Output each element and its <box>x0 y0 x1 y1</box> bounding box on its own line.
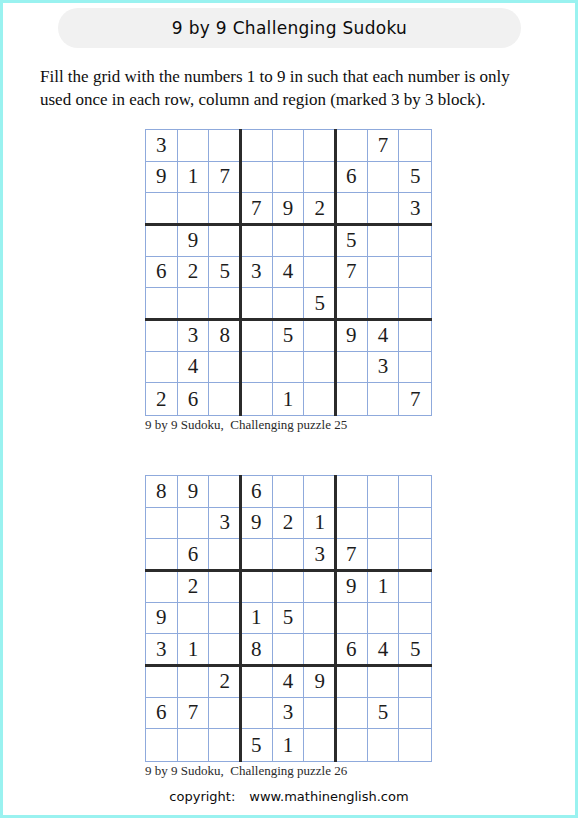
puzzle-26-cell-r1c4-given: 6 <box>241 476 273 508</box>
puzzle-26-cell-r8c5-given: 3 <box>273 698 305 730</box>
puzzle-26-cell-r9c8-empty[interactable] <box>368 729 400 761</box>
puzzle-26-cell-r6c9-given: 5 <box>399 634 431 666</box>
puzzle-25-cell-r6c3-empty[interactable] <box>209 288 241 320</box>
puzzle-26-cell-r9c6-empty[interactable] <box>304 729 336 761</box>
puzzle-26-cell-r7c2-empty[interactable] <box>178 666 210 698</box>
block-divider-horizontal-2 <box>145 318 432 321</box>
puzzle-25-cell-r4c8-empty[interactable] <box>368 225 400 257</box>
puzzle-25-cell-r6c7-empty[interactable] <box>336 288 368 320</box>
puzzle-25-cell-r4c7-given: 5 <box>336 225 368 257</box>
puzzle-25-cell-r1c1-given: 3 <box>146 130 178 162</box>
puzzle-26-cell-r5c3-empty[interactable] <box>209 603 241 635</box>
puzzle-26-cell-r5c2-empty[interactable] <box>178 603 210 635</box>
puzzle-25-cell-r9c4-empty[interactable] <box>241 383 273 415</box>
puzzle-25-cell-r4c2-given: 9 <box>178 225 210 257</box>
puzzle-26-cell-r7c7-empty[interactable] <box>336 666 368 698</box>
puzzle-25-cell-r7c1-empty[interactable] <box>146 320 178 352</box>
puzzle-25-cell-r6c9-empty[interactable] <box>399 288 431 320</box>
puzzle-25-cell-r5c5-given: 4 <box>273 257 305 289</box>
puzzle-26-cell-r7c9-empty[interactable] <box>399 666 431 698</box>
puzzle-26-cell-r5c8-empty[interactable] <box>368 603 400 635</box>
puzzle-26-cell-r9c2-empty[interactable] <box>178 729 210 761</box>
puzzle-25-cell-r8c4-empty[interactable] <box>241 352 273 384</box>
puzzle-25-cell-r1c8-given: 7 <box>368 130 400 162</box>
puzzle-26-cell-r1c3-empty[interactable] <box>209 476 241 508</box>
puzzle-26-cell-r1c5-empty[interactable] <box>273 476 305 508</box>
puzzle-25-cell-r1c3-empty[interactable] <box>209 130 241 162</box>
puzzle-26-cell-r6c7-given: 6 <box>336 634 368 666</box>
puzzle-25-cell-r2c7-given: 6 <box>336 162 368 194</box>
puzzle-25-cell-r7c4-empty[interactable] <box>241 320 273 352</box>
puzzle-26-cell-r5c4-given: 1 <box>241 603 273 635</box>
puzzle-25-cell-r3c9-given: 3 <box>399 193 431 225</box>
puzzle-26-cell-r1c7-empty[interactable] <box>336 476 368 508</box>
puzzle-26-cell-r4c3-empty[interactable] <box>209 571 241 603</box>
instructions-line-2: used once in each row, column and region… <box>40 88 548 111</box>
puzzle-25-cell-r3c6-given: 2 <box>304 193 336 225</box>
puzzle-26-cell-r1c9-empty[interactable] <box>399 476 431 508</box>
puzzle-25-cell-r5c7-given: 7 <box>336 257 368 289</box>
puzzle-26-cell-r9c9-empty[interactable] <box>399 729 431 761</box>
puzzle-26-cell-r4c9-empty[interactable] <box>399 571 431 603</box>
block-divider-vertical-2 <box>334 475 337 762</box>
sudoku-grid-puzzle-26: 8963921637291915318645249673551 <box>145 475 432 762</box>
puzzle-25-cell-r2c8-empty[interactable] <box>368 162 400 194</box>
puzzle-26-cell-r7c3-given: 2 <box>209 666 241 698</box>
puzzle-25-cell-r8c6-empty[interactable] <box>304 352 336 384</box>
puzzle-25-cell-r2c1-given: 9 <box>146 162 178 194</box>
puzzle-26-cell-r6c1-given: 3 <box>146 634 178 666</box>
puzzle-25-cell-r8c9-empty[interactable] <box>399 352 431 384</box>
puzzle-25-cell-r2c4-empty[interactable] <box>241 162 273 194</box>
puzzle-25-cell-r5c9-empty[interactable] <box>399 257 431 289</box>
puzzle-25-cell-r3c5-given: 9 <box>273 193 305 225</box>
puzzle-26-cell-r5c7-empty[interactable] <box>336 603 368 635</box>
puzzle-26-cell-r3c2-given: 6 <box>178 539 210 571</box>
puzzle-25-cell-r8c5-empty[interactable] <box>273 352 305 384</box>
puzzle-26-cell-r6c3-empty[interactable] <box>209 634 241 666</box>
puzzle-26-cell-r2c5-given: 2 <box>273 508 305 540</box>
puzzle-26-cell-r8c7-empty[interactable] <box>336 698 368 730</box>
puzzle-25-cell-r2c3-given: 7 <box>209 162 241 194</box>
puzzle-26-cell-r9c5-given: 1 <box>273 729 305 761</box>
puzzle-26-cell-r4c4-empty[interactable] <box>241 571 273 603</box>
footer: copyright: www.mathinenglish.com <box>3 789 575 804</box>
puzzle-25-cell-r5c3-given: 5 <box>209 257 241 289</box>
puzzle-25-cell-r9c8-empty[interactable] <box>368 383 400 415</box>
puzzle-26-cell-r6c8-given: 4 <box>368 634 400 666</box>
puzzle-26-cell-r7c1-empty[interactable] <box>146 666 178 698</box>
puzzle-26-cell-r1c6-empty[interactable] <box>304 476 336 508</box>
puzzle-25-cell-r9c3-empty[interactable] <box>209 383 241 415</box>
puzzle-26-cell-r8c4-empty[interactable] <box>241 698 273 730</box>
puzzle-25-cell-r6c5-empty[interactable] <box>273 288 305 320</box>
puzzle-26-cell-r4c8-given: 1 <box>368 571 400 603</box>
puzzle-25-cell-r7c9-empty[interactable] <box>399 320 431 352</box>
puzzle-26-cell-r9c1-empty[interactable] <box>146 729 178 761</box>
puzzle-26-cell-r6c5-empty[interactable] <box>273 634 305 666</box>
puzzle-25-cell-r7c7-given: 9 <box>336 320 368 352</box>
puzzle-26-cell-r8c8-given: 5 <box>368 698 400 730</box>
puzzle-25-cell-r9c6-empty[interactable] <box>304 383 336 415</box>
puzzle-26-cell-r8c3-empty[interactable] <box>209 698 241 730</box>
puzzle-26-cell-r2c2-empty[interactable] <box>178 508 210 540</box>
puzzle-25-cell-r7c6-empty[interactable] <box>304 320 336 352</box>
instructions-line-1: Fill the grid with the numbers 1 to 9 in… <box>40 65 548 88</box>
puzzle-25-cell-r1c6-empty[interactable] <box>304 130 336 162</box>
title-banner: 9 by 9 Challenging Sudoku <box>58 8 521 48</box>
puzzle-25-cell-r8c7-empty[interactable] <box>336 352 368 384</box>
block-divider-horizontal-1 <box>145 223 432 226</box>
puzzle-25-cell-r4c1-empty[interactable] <box>146 225 178 257</box>
puzzle-25-cell-r5c8-empty[interactable] <box>368 257 400 289</box>
puzzle-26-cell-r2c6-given: 1 <box>304 508 336 540</box>
puzzle-25-cell-r6c2-empty[interactable] <box>178 288 210 320</box>
block-divider-vertical-1 <box>239 129 242 416</box>
puzzle-25-cell-r6c4-empty[interactable] <box>241 288 273 320</box>
puzzle-26-cell-r4c7-given: 9 <box>336 571 368 603</box>
puzzle-25-cell-r8c8-given: 3 <box>368 352 400 384</box>
puzzle-26-cell-r2c4-given: 9 <box>241 508 273 540</box>
instructions-text: Fill the grid with the numbers 1 to 9 in… <box>40 65 548 111</box>
puzzle-25-cell-r6c1-empty[interactable] <box>146 288 178 320</box>
puzzle-25-cell-r4c4-empty[interactable] <box>241 225 273 257</box>
puzzle-25-cell-r7c3-given: 8 <box>209 320 241 352</box>
puzzle-26-cell-r3c8-empty[interactable] <box>368 539 400 571</box>
puzzle-26-cell-r7c6-given: 9 <box>304 666 336 698</box>
puzzle-26-cell-r5c5-given: 5 <box>273 603 305 635</box>
puzzle-26-cell-r6c2-given: 1 <box>178 634 210 666</box>
puzzle-25-cell-r7c8-given: 4 <box>368 320 400 352</box>
puzzle-26-cell-r7c5-given: 4 <box>273 666 305 698</box>
puzzle-25-cell-r9c5-given: 1 <box>273 383 305 415</box>
puzzle-26-cell-r1c8-empty[interactable] <box>368 476 400 508</box>
puzzle-26-cell-r3c1-empty[interactable] <box>146 539 178 571</box>
puzzle-25-caption: 9 by 9 Sudoku, Challenging puzzle 25 <box>145 417 347 433</box>
puzzle-26-cell-r7c4-empty[interactable] <box>241 666 273 698</box>
puzzle-25-cell-r7c2-given: 3 <box>178 320 210 352</box>
puzzle-26-cell-r3c4-empty[interactable] <box>241 539 273 571</box>
block-divider-vertical-1 <box>239 475 242 762</box>
puzzle-26-cell-r3c7-given: 7 <box>336 539 368 571</box>
puzzle-25-cell-r5c1-given: 6 <box>146 257 178 289</box>
puzzle-25-cell-r8c3-empty[interactable] <box>209 352 241 384</box>
puzzle-25-cell-r3c7-empty[interactable] <box>336 193 368 225</box>
copyright-site: www.mathinenglish.com <box>249 789 408 804</box>
puzzle-25-cell-r5c6-empty[interactable] <box>304 257 336 289</box>
puzzle-26-cell-r3c6-given: 3 <box>304 539 336 571</box>
puzzle-26-cell-r2c8-empty[interactable] <box>368 508 400 540</box>
puzzle-25-cell-r1c7-empty[interactable] <box>336 130 368 162</box>
puzzle-26-cell-r5c9-empty[interactable] <box>399 603 431 635</box>
puzzle-26-cell-r2c1-empty[interactable] <box>146 508 178 540</box>
puzzle-26-cell-r3c5-empty[interactable] <box>273 539 305 571</box>
puzzle-25-cell-r4c6-empty[interactable] <box>304 225 336 257</box>
puzzle-26-cell-r8c1-given: 6 <box>146 698 178 730</box>
puzzle-26-cell-r6c6-empty[interactable] <box>304 634 336 666</box>
puzzle-26-cell-r4c2-given: 2 <box>178 571 210 603</box>
puzzle-26-cell-r8c9-empty[interactable] <box>399 698 431 730</box>
puzzle-26-cell-r8c2-given: 7 <box>178 698 210 730</box>
puzzle-25-cell-r5c4-given: 3 <box>241 257 273 289</box>
puzzle-25-cell-r9c9-given: 7 <box>399 383 431 415</box>
puzzle-25-cell-r3c3-empty[interactable] <box>209 193 241 225</box>
puzzle-25-cell-r1c4-empty[interactable] <box>241 130 273 162</box>
puzzle-25-cell-r1c5-empty[interactable] <box>273 130 305 162</box>
puzzle-26-cell-r4c5-empty[interactable] <box>273 571 305 603</box>
puzzle-25-cell-r8c2-given: 4 <box>178 352 210 384</box>
puzzle-25-cell-r5c2-given: 2 <box>178 257 210 289</box>
puzzle-25-cell-r8c1-empty[interactable] <box>146 352 178 384</box>
copyright-label: copyright: <box>169 789 235 804</box>
puzzle-26-cell-r9c4-given: 5 <box>241 729 273 761</box>
puzzle-26-cell-r5c1-given: 9 <box>146 603 178 635</box>
puzzle-25-cell-r2c2-given: 1 <box>178 162 210 194</box>
puzzle-26-caption: 9 by 9 Sudoku, Challenging puzzle 26 <box>145 763 347 779</box>
puzzle-26-cell-r7c8-empty[interactable] <box>368 666 400 698</box>
puzzle-26-cell-r6c4-given: 8 <box>241 634 273 666</box>
puzzle-25-cell-r4c5-empty[interactable] <box>273 225 305 257</box>
puzzle-25-cell-r2c5-empty[interactable] <box>273 162 305 194</box>
puzzle-26-cell-r8c6-empty[interactable] <box>304 698 336 730</box>
sudoku-grid-puzzle-25: 3791765792395625347538594432617 <box>145 129 432 416</box>
puzzle-26-cell-r9c7-empty[interactable] <box>336 729 368 761</box>
puzzle-26-cell-r1c2-given: 9 <box>178 476 210 508</box>
puzzle-25-cell-r9c7-empty[interactable] <box>336 383 368 415</box>
page-title: 9 by 9 Challenging Sudoku <box>172 18 407 38</box>
puzzle-25-cell-r4c9-empty[interactable] <box>399 225 431 257</box>
puzzle-26-cell-r5c6-empty[interactable] <box>304 603 336 635</box>
block-divider-horizontal-2 <box>145 664 432 667</box>
puzzle-26-cell-r3c9-empty[interactable] <box>399 539 431 571</box>
puzzle-26-cell-r2c9-empty[interactable] <box>399 508 431 540</box>
block-divider-horizontal-1 <box>145 569 432 572</box>
puzzle-26-cell-r4c1-empty[interactable] <box>146 571 178 603</box>
puzzle-25-cell-r6c8-empty[interactable] <box>368 288 400 320</box>
puzzle-25-cell-r2c6-empty[interactable] <box>304 162 336 194</box>
puzzle-26-cell-r2c7-empty[interactable] <box>336 508 368 540</box>
puzzle-26-cell-r4c6-empty[interactable] <box>304 571 336 603</box>
puzzle-26-cell-r9c3-empty[interactable] <box>209 729 241 761</box>
puzzle-25-cell-r3c4-given: 7 <box>241 193 273 225</box>
puzzle-25-cell-r6c6-given: 5 <box>304 288 336 320</box>
puzzle-26-cell-r3c3-empty[interactable] <box>209 539 241 571</box>
puzzle-25-cell-r3c2-empty[interactable] <box>178 193 210 225</box>
puzzle-26-cell-r2c3-given: 3 <box>209 508 241 540</box>
worksheet-page: 9 by 9 Challenging Sudoku Fill the grid … <box>0 0 578 818</box>
puzzle-25-cell-r9c1-given: 2 <box>146 383 178 415</box>
puzzle-25-cell-r3c8-empty[interactable] <box>368 193 400 225</box>
block-divider-vertical-2 <box>334 129 337 416</box>
puzzle-25-cell-r1c2-empty[interactable] <box>178 130 210 162</box>
puzzle-25-cell-r1c9-empty[interactable] <box>399 130 431 162</box>
puzzle-25-cell-r9c2-given: 6 <box>178 383 210 415</box>
puzzle-25-cell-r2c9-given: 5 <box>399 162 431 194</box>
puzzle-26-cell-r1c1-given: 8 <box>146 476 178 508</box>
puzzle-25-cell-r3c1-empty[interactable] <box>146 193 178 225</box>
puzzle-25-cell-r7c5-given: 5 <box>273 320 305 352</box>
puzzle-25-cell-r4c3-empty[interactable] <box>209 225 241 257</box>
